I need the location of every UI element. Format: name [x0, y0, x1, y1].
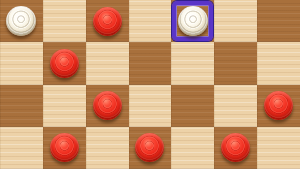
square-r2c2[interactable]	[86, 85, 129, 127]
square-r3c0[interactable]	[0, 127, 43, 169]
square-r0c4[interactable]	[171, 0, 214, 42]
square-r3c5[interactable]	[214, 127, 257, 169]
red-piece[interactable]	[50, 49, 79, 78]
square-r1c4[interactable]	[171, 42, 214, 84]
square-r3c4[interactable]	[171, 127, 214, 169]
square-r1c0[interactable]	[0, 42, 43, 84]
square-r1c2[interactable]	[86, 42, 129, 84]
red-piece[interactable]	[264, 91, 293, 120]
square-r1c5[interactable]	[214, 42, 257, 84]
checkers-app	[0, 0, 300, 169]
square-r2c0[interactable]	[0, 85, 43, 127]
white-piece[interactable]	[178, 6, 208, 36]
square-r0c6[interactable]	[257, 0, 300, 42]
red-piece[interactable]	[221, 133, 250, 162]
red-piece[interactable]	[135, 133, 164, 162]
square-r3c2[interactable]	[86, 127, 129, 169]
red-piece[interactable]	[50, 133, 79, 162]
white-piece[interactable]	[6, 6, 36, 36]
square-r2c4[interactable]	[171, 85, 214, 127]
square-r3c3[interactable]	[129, 127, 172, 169]
square-r2c3[interactable]	[129, 85, 172, 127]
square-r2c6[interactable]	[257, 85, 300, 127]
square-r1c3[interactable]	[129, 42, 172, 84]
red-piece[interactable]	[93, 7, 122, 36]
square-r1c6[interactable]	[257, 42, 300, 84]
square-r1c1[interactable]	[43, 42, 86, 84]
square-r3c1[interactable]	[43, 127, 86, 169]
square-r2c5[interactable]	[214, 85, 257, 127]
square-r2c1[interactable]	[43, 85, 86, 127]
square-r3c6[interactable]	[257, 127, 300, 169]
square-r0c2[interactable]	[86, 0, 129, 42]
square-r0c0[interactable]	[0, 0, 43, 42]
checkers-board	[0, 0, 300, 169]
square-r0c3[interactable]	[129, 0, 172, 42]
square-r0c1[interactable]	[43, 0, 86, 42]
red-piece[interactable]	[93, 91, 122, 120]
square-r0c5[interactable]	[214, 0, 257, 42]
